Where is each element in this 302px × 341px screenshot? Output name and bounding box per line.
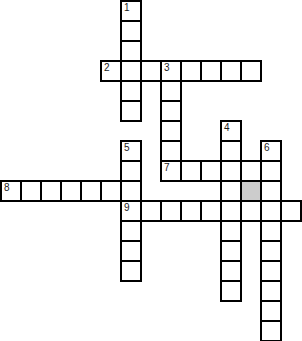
clue-number: 4 [224, 122, 230, 133]
crossword-cell[interactable] [220, 200, 242, 222]
crossword-cell[interactable] [260, 320, 282, 341]
crossword-cell[interactable] [260, 160, 282, 182]
crossword-cell[interactable] [260, 280, 282, 302]
crossword-cell[interactable] [140, 60, 162, 82]
crossword-cell[interactable] [220, 260, 242, 282]
crossword-cell[interactable] [120, 160, 142, 182]
crossword-cell[interactable]: 9 [120, 200, 142, 222]
crossword-cell[interactable]: 5 [120, 140, 142, 162]
crossword-cell[interactable] [280, 200, 302, 222]
crossword-cell[interactable]: 4 [220, 120, 242, 142]
clue-number: 7 [164, 162, 170, 173]
crossword-cell[interactable] [260, 240, 282, 262]
crossword-cell[interactable]: 2 [100, 60, 122, 82]
crossword-cell[interactable] [100, 180, 122, 202]
clue-number: 2 [104, 62, 110, 73]
crossword-cell[interactable] [160, 200, 182, 222]
crossword-cell[interactable] [240, 60, 262, 82]
clue-number: 6 [264, 142, 270, 153]
clue-number: 1 [124, 2, 130, 13]
crossword-cell[interactable]: 3 [160, 60, 182, 82]
crossword-cell[interactable] [240, 200, 262, 222]
crossword-cell[interactable] [180, 200, 202, 222]
clue-number: 9 [124, 202, 130, 213]
crossword-cell[interactable] [160, 100, 182, 122]
crossword-cell[interactable]: 8 [0, 180, 22, 202]
clue-number: 8 [4, 182, 10, 193]
crossword-cell[interactable] [160, 120, 182, 142]
crossword-cell[interactable] [240, 160, 262, 182]
crossword-cell[interactable] [60, 180, 82, 202]
crossword-cell[interactable]: 7 [160, 160, 182, 182]
crossword-cell[interactable] [40, 180, 62, 202]
crossword-cell[interactable] [260, 220, 282, 242]
crossword-cell[interactable] [260, 300, 282, 322]
crossword-cell[interactable] [120, 240, 142, 262]
crossword-cell[interactable] [120, 220, 142, 242]
crossword-cell[interactable] [220, 60, 242, 82]
crossword-cell[interactable] [120, 20, 142, 42]
crossword-cell[interactable] [120, 80, 142, 102]
crossword-cell[interactable] [120, 260, 142, 282]
crossword-cell[interactable] [120, 40, 142, 62]
crossword-cell[interactable] [140, 200, 162, 222]
crossword-cell[interactable] [120, 180, 142, 202]
crossword-cell[interactable] [120, 60, 142, 82]
crossword-cell[interactable]: 1 [120, 0, 142, 22]
crossword-cell[interactable] [120, 100, 142, 122]
crossword-board: 123456789 [0, 0, 302, 341]
crossword-cell[interactable] [80, 180, 102, 202]
crossword-cell[interactable] [220, 280, 242, 302]
crossword-cell[interactable] [200, 160, 222, 182]
crossword-cell[interactable] [200, 200, 222, 222]
crossword-cell[interactable] [20, 180, 42, 202]
clue-number: 3 [164, 62, 170, 73]
crossword-cell[interactable] [260, 200, 282, 222]
crossword-cell[interactable] [260, 260, 282, 282]
crossword-cell-shaded[interactable] [240, 180, 262, 202]
clue-number: 5 [124, 142, 130, 153]
crossword-cell[interactable] [180, 160, 202, 182]
crossword-cell[interactable] [220, 180, 242, 202]
crossword-cell[interactable] [200, 60, 222, 82]
crossword-cell[interactable] [180, 60, 202, 82]
crossword-cell[interactable] [220, 220, 242, 242]
crossword-cell[interactable] [160, 80, 182, 102]
crossword-cell[interactable] [220, 160, 242, 182]
crossword-cell[interactable] [160, 140, 182, 162]
crossword-cell[interactable] [220, 140, 242, 162]
crossword-cell[interactable]: 6 [260, 140, 282, 162]
crossword-cell[interactable] [260, 180, 282, 202]
crossword-cell[interactable] [220, 240, 242, 262]
